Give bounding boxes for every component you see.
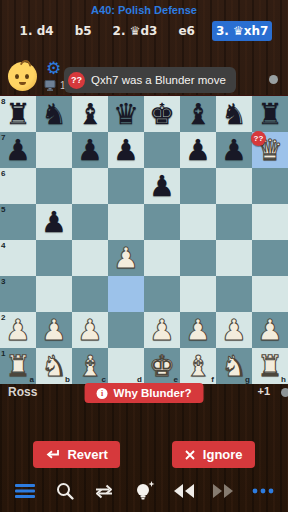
square-g1[interactable]: g♞ xyxy=(216,348,252,384)
file-label: g xyxy=(245,375,250,384)
square-h5[interactable] xyxy=(252,204,288,240)
chess-board[interactable]: 8♜♞♝♛♚♝♞♜7♟♟♟♟♟♛??6♟5♟4♟32♟♟♟♟♟♟♟1a♜b♞c♝… xyxy=(0,95,288,384)
square-b6[interactable] xyxy=(36,168,72,204)
gear-icon[interactable]: ⚙ xyxy=(46,58,61,78)
square-h8[interactable]: ♜ xyxy=(252,96,288,132)
move-token[interactable]: 2. ♛d3 xyxy=(109,21,162,41)
square-f8[interactable]: ♝ xyxy=(180,96,216,132)
engine-row: ⚙ 1 ?? Qxh7 was a Blunder move xyxy=(0,56,288,96)
square-f4[interactable] xyxy=(180,240,216,276)
file-label: b xyxy=(65,375,70,384)
revert-button[interactable]: Revert xyxy=(33,441,119,468)
file-label: c xyxy=(102,375,106,384)
black-pawn-g7[interactable]: ♟ xyxy=(216,132,252,168)
rank-label: 1 xyxy=(1,349,5,358)
square-d5[interactable] xyxy=(108,204,144,240)
square-d8[interactable]: ♛ xyxy=(108,96,144,132)
black-knight-b8[interactable]: ♞ xyxy=(36,96,72,132)
square-e7[interactable] xyxy=(144,132,180,168)
rank-label: 7 xyxy=(1,133,5,142)
square-e4[interactable] xyxy=(144,240,180,276)
square-e5[interactable] xyxy=(144,204,180,240)
square-h1[interactable]: h♜ xyxy=(252,348,288,384)
info-icon: i xyxy=(97,388,108,399)
blunder-banner-text: Qxh7 was a Blunder move xyxy=(91,74,226,86)
move-token[interactable]: e6 xyxy=(174,21,199,41)
repeat-icon[interactable] xyxy=(91,478,117,504)
blunder-badge-icon: ?? xyxy=(68,72,85,89)
black-pawn-f7[interactable]: ♟ xyxy=(180,132,216,168)
square-c6[interactable] xyxy=(72,168,108,204)
square-d4[interactable]: ♟ xyxy=(108,240,144,276)
square-g4[interactable] xyxy=(216,240,252,276)
black-queen-d8[interactable]: ♛ xyxy=(108,96,144,132)
black-pawn-c7[interactable]: ♟ xyxy=(72,132,108,168)
why-blunder-button[interactable]: i Why Blunder? xyxy=(85,383,204,403)
square-f5[interactable] xyxy=(180,204,216,240)
chess-app: A40: Polish Defense 1. d4b52. ♛d3e63. ♛x… xyxy=(0,0,288,512)
rank-label: 8 xyxy=(1,97,5,106)
square-c1[interactable]: c♝ xyxy=(72,348,108,384)
computer-icon xyxy=(44,80,57,91)
why-blunder-label: Why Blunder? xyxy=(114,387,192,399)
blunder-square-badge: ?? xyxy=(251,131,266,146)
black-bishop-f8[interactable]: ♝ xyxy=(180,96,216,132)
square-a7[interactable]: 7♟ xyxy=(0,132,36,168)
square-e6[interactable]: ♟ xyxy=(144,168,180,204)
square-h7[interactable]: ♛?? xyxy=(252,132,288,168)
file-label: f xyxy=(211,375,214,384)
blunder-banner[interactable]: ?? Qxh7 was a Blunder move xyxy=(64,67,236,93)
square-d1[interactable]: d xyxy=(108,348,144,384)
white-pawn-c2[interactable]: ♟ xyxy=(72,312,108,348)
square-g5[interactable] xyxy=(216,204,252,240)
search-icon[interactable] xyxy=(52,478,78,504)
rank-label: 4 xyxy=(1,241,5,250)
black-bishop-c8[interactable]: ♝ xyxy=(72,96,108,132)
indicator-dot xyxy=(269,75,278,84)
square-f7[interactable]: ♟ xyxy=(180,132,216,168)
action-buttons: Revert Ignore xyxy=(0,441,288,468)
square-d3[interactable] xyxy=(108,276,144,312)
rank-label: 3 xyxy=(1,277,5,286)
player-name: Ross xyxy=(8,385,37,399)
more-ellipsis-icon[interactable] xyxy=(250,478,276,504)
square-g2[interactable]: ♟ xyxy=(216,312,252,348)
square-b4[interactable] xyxy=(36,240,72,276)
status-row: Ross i Why Blunder? +1 xyxy=(0,383,288,403)
bottom-toolbar xyxy=(0,477,288,505)
black-pawn-d7[interactable]: ♟ xyxy=(108,132,144,168)
square-c8[interactable]: ♝ xyxy=(72,96,108,132)
square-a4[interactable]: 4 xyxy=(0,240,36,276)
square-c5[interactable] xyxy=(72,204,108,240)
move-token[interactable]: 3. ♛xh7 xyxy=(212,21,272,41)
square-f3[interactable] xyxy=(180,276,216,312)
close-x-icon xyxy=(184,449,196,461)
engine-level: 1 xyxy=(44,80,66,91)
square-f1[interactable]: f♝ xyxy=(180,348,216,384)
square-c2[interactable]: ♟ xyxy=(72,312,108,348)
square-c7[interactable]: ♟ xyxy=(72,132,108,168)
avatar-hair-curl xyxy=(18,58,33,73)
square-f6[interactable] xyxy=(180,168,216,204)
square-a8[interactable]: 8♜ xyxy=(0,96,36,132)
white-pawn-d4[interactable]: ♟ xyxy=(108,240,144,276)
file-label: e xyxy=(174,375,178,384)
opening-name: A40: Polish Defense xyxy=(0,4,288,16)
evaluation-score: +1 xyxy=(257,385,270,397)
revert-label: Revert xyxy=(67,447,107,462)
square-h4[interactable] xyxy=(252,240,288,276)
move-token[interactable]: 1. d4 xyxy=(16,21,58,41)
black-pawn-e6[interactable]: ♟ xyxy=(144,168,180,204)
black-pawn-b5[interactable]: ♟ xyxy=(36,204,72,240)
square-b7[interactable] xyxy=(36,132,72,168)
black-rook-h8[interactable]: ♜ xyxy=(252,96,288,132)
square-b3[interactable] xyxy=(36,276,72,312)
file-label: d xyxy=(137,375,142,384)
hint-lightbulb-icon[interactable] xyxy=(131,478,157,504)
white-pawn-h2[interactable]: ♟ xyxy=(252,312,288,348)
black-king-e8[interactable]: ♚ xyxy=(144,96,180,132)
square-e2[interactable]: ♟ xyxy=(144,312,180,348)
rank-label: 6 xyxy=(1,169,5,178)
square-e1[interactable]: e♚ xyxy=(144,348,180,384)
file-label: a xyxy=(30,375,34,384)
square-g3[interactable] xyxy=(216,276,252,312)
rank-label: 5 xyxy=(1,205,5,214)
move-token[interactable]: b5 xyxy=(71,21,96,41)
square-d6[interactable] xyxy=(108,168,144,204)
black-knight-g8[interactable]: ♞ xyxy=(216,96,252,132)
rank-label: 2 xyxy=(1,313,5,322)
square-e3[interactable] xyxy=(144,276,180,312)
square-f2[interactable]: ♟ xyxy=(180,312,216,348)
square-a3[interactable]: 3 xyxy=(0,276,36,312)
square-a1[interactable]: 1a♜ xyxy=(0,348,36,384)
square-a2[interactable]: 2♟ xyxy=(0,312,36,348)
square-e8[interactable]: ♚ xyxy=(144,96,180,132)
square-g7[interactable]: ♟ xyxy=(216,132,252,168)
square-d2[interactable] xyxy=(108,312,144,348)
move-list: 1. d4b52. ♛d3e63. ♛xh7 xyxy=(0,21,288,41)
square-g8[interactable]: ♞ xyxy=(216,96,252,132)
square-a5[interactable]: 5 xyxy=(0,204,36,240)
white-pawn-g2[interactable]: ♟ xyxy=(216,312,252,348)
ignore-button[interactable]: Ignore xyxy=(172,441,255,468)
square-d7[interactable]: ♟ xyxy=(108,132,144,168)
file-label: h xyxy=(281,375,286,384)
forward-icon[interactable] xyxy=(210,478,236,504)
white-pawn-f2[interactable]: ♟ xyxy=(180,312,216,348)
return-arrow-icon xyxy=(45,449,60,461)
opponent-avatar-baby-icon[interactable] xyxy=(8,62,37,91)
square-b8[interactable]: ♞ xyxy=(36,96,72,132)
menu-icon[interactable] xyxy=(12,478,38,504)
square-h2[interactable]: ♟ xyxy=(252,312,288,348)
square-b5[interactable]: ♟ xyxy=(36,204,72,240)
square-c4[interactable] xyxy=(72,240,108,276)
square-g6[interactable] xyxy=(216,168,252,204)
edge-dot xyxy=(281,388,288,397)
square-c3[interactable] xyxy=(72,276,108,312)
square-b1[interactable]: b♞ xyxy=(36,348,72,384)
ignore-label: Ignore xyxy=(203,447,243,462)
square-h6[interactable] xyxy=(252,168,288,204)
rewind-icon[interactable] xyxy=(171,478,197,504)
square-a6[interactable]: 6 xyxy=(0,168,36,204)
square-h3[interactable] xyxy=(252,276,288,312)
white-pawn-e2[interactable]: ♟ xyxy=(144,312,180,348)
white-pawn-b2[interactable]: ♟ xyxy=(36,312,72,348)
square-b2[interactable]: ♟ xyxy=(36,312,72,348)
